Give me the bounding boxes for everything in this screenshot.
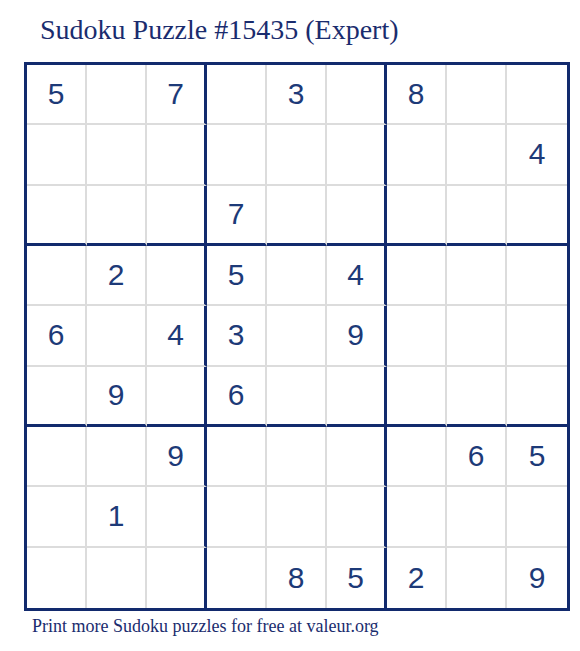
cell-r3c8[interactable] [447,186,507,246]
cell-r2c7[interactable] [387,125,447,185]
cell-r5c5[interactable] [267,306,327,366]
cell-r4c2[interactable]: 2 [87,246,147,306]
cell-r3c5[interactable] [267,186,327,246]
cell-r9c5[interactable]: 8 [267,548,327,608]
cell-r1c3[interactable]: 7 [147,65,207,125]
cell-r2c2[interactable] [87,125,147,185]
cell-r3c6[interactable] [327,186,387,246]
cell-r3c9[interactable] [507,186,567,246]
cell-r5c8[interactable] [447,306,507,366]
cell-r8c7[interactable] [387,487,447,547]
cell-r4c3[interactable] [147,246,207,306]
sudoku-board: 57384725464399696518529 [24,62,570,611]
cell-r6c5[interactable] [267,367,327,427]
cell-r2c6[interactable] [327,125,387,185]
cell-r3c4[interactable]: 7 [207,186,267,246]
cell-r1c4[interactable] [207,65,267,125]
cell-r9c4[interactable] [207,548,267,608]
cell-r1c5[interactable]: 3 [267,65,327,125]
cell-r1c6[interactable] [327,65,387,125]
cell-r8c2[interactable]: 1 [87,487,147,547]
cell-r7c4[interactable] [207,427,267,487]
cell-r1c8[interactable] [447,65,507,125]
cell-r7c7[interactable] [387,427,447,487]
cell-r4c6[interactable]: 4 [327,246,387,306]
cell-r5c6[interactable]: 9 [327,306,387,366]
cell-r7c8[interactable]: 6 [447,427,507,487]
cell-r4c7[interactable] [387,246,447,306]
cell-r6c4[interactable]: 6 [207,367,267,427]
cell-r3c7[interactable] [387,186,447,246]
cell-r2c8[interactable] [447,125,507,185]
cell-r8c8[interactable] [447,487,507,547]
cell-r6c8[interactable] [447,367,507,427]
cell-r6c7[interactable] [387,367,447,427]
cell-r9c1[interactable] [27,548,87,608]
cell-r1c7[interactable]: 8 [387,65,447,125]
cell-r4c4[interactable]: 5 [207,246,267,306]
cell-r4c8[interactable] [447,246,507,306]
cell-r5c9[interactable] [507,306,567,366]
footer-text: Print more Sudoku puzzles for free at va… [32,616,379,637]
cell-r2c4[interactable] [207,125,267,185]
cell-r8c9[interactable] [507,487,567,547]
cell-r8c3[interactable] [147,487,207,547]
cell-r1c1[interactable]: 5 [27,65,87,125]
cell-r8c5[interactable] [267,487,327,547]
cell-r9c8[interactable] [447,548,507,608]
page-title: Sudoku Puzzle #15435 (Expert) [40,14,399,46]
cell-r6c2[interactable]: 9 [87,367,147,427]
cell-r2c1[interactable] [27,125,87,185]
cell-r7c6[interactable] [327,427,387,487]
cell-r7c2[interactable] [87,427,147,487]
cell-r8c6[interactable] [327,487,387,547]
cell-r7c3[interactable]: 9 [147,427,207,487]
cell-r5c2[interactable] [87,306,147,366]
cell-r7c9[interactable]: 5 [507,427,567,487]
cell-r2c9[interactable]: 4 [507,125,567,185]
cell-r9c6[interactable]: 5 [327,548,387,608]
cell-r5c3[interactable]: 4 [147,306,207,366]
cell-r6c6[interactable] [327,367,387,427]
cell-r9c2[interactable] [87,548,147,608]
cell-r5c7[interactable] [387,306,447,366]
cell-r2c5[interactable] [267,125,327,185]
cell-r3c1[interactable] [27,186,87,246]
cell-r6c9[interactable] [507,367,567,427]
cell-r5c1[interactable]: 6 [27,306,87,366]
cell-r1c9[interactable] [507,65,567,125]
cell-r3c2[interactable] [87,186,147,246]
cell-r9c9[interactable]: 9 [507,548,567,608]
cell-r1c2[interactable] [87,65,147,125]
cell-r2c3[interactable] [147,125,207,185]
cell-r4c5[interactable] [267,246,327,306]
cell-r9c7[interactable]: 2 [387,548,447,608]
cell-r6c1[interactable] [27,367,87,427]
cell-r8c1[interactable] [27,487,87,547]
cell-r7c1[interactable] [27,427,87,487]
cell-r9c3[interactable] [147,548,207,608]
cell-r4c9[interactable] [507,246,567,306]
cell-r8c4[interactable] [207,487,267,547]
cell-r4c1[interactable] [27,246,87,306]
cell-r6c3[interactable] [147,367,207,427]
cell-r3c3[interactable] [147,186,207,246]
cell-r5c4[interactable]: 3 [207,306,267,366]
cell-r7c5[interactable] [267,427,327,487]
